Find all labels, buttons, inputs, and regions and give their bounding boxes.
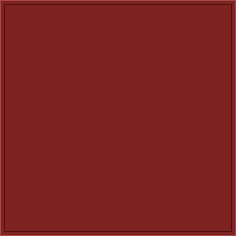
chess-board-frame — [0, 0, 236, 236]
chess-board — [5, 5, 231, 231]
